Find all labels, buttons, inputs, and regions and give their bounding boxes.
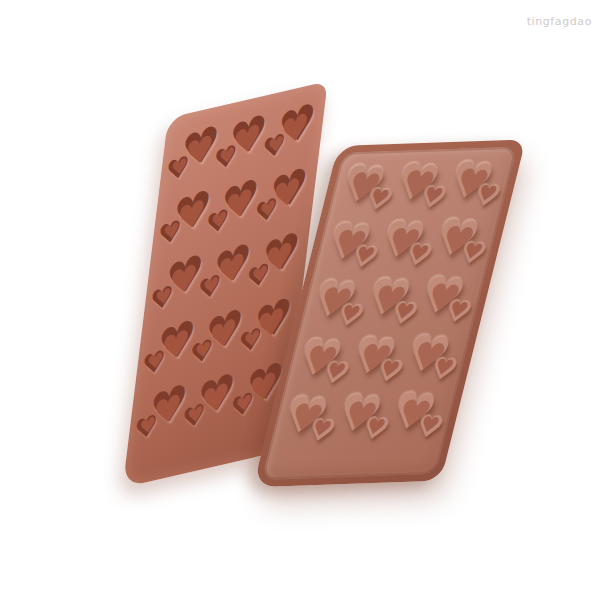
watermark-text: tingfagdao bbox=[527, 15, 592, 28]
product-photo: tingfagdao ♥♥♥♥♥♥♥♥♥♥♥♥♥♥♥♥♥♥♥♥♥♥♥♥♥♥♥♥♥… bbox=[0, 0, 600, 600]
